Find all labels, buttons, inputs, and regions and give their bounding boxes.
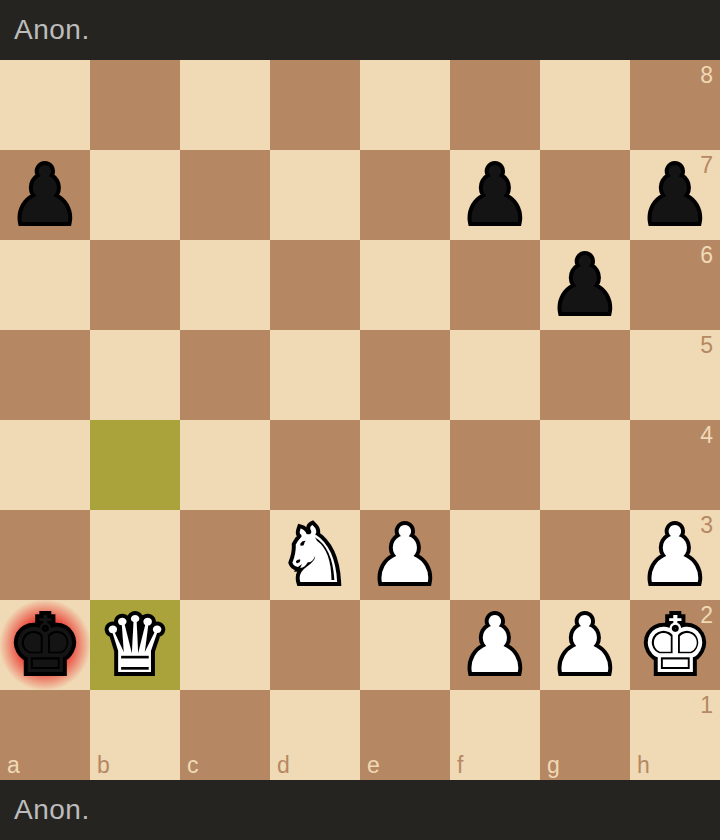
square-h2[interactable]: 2 — [630, 600, 720, 690]
white-queen[interactable] — [90, 600, 180, 690]
square-c7[interactable] — [180, 150, 270, 240]
white-pawn[interactable] — [630, 510, 720, 600]
white-pawn[interactable] — [450, 600, 540, 690]
square-f6[interactable] — [450, 240, 540, 330]
bottom-player-bar: Anon. — [0, 780, 720, 840]
square-a2[interactable] — [0, 600, 90, 690]
square-e6[interactable] — [360, 240, 450, 330]
square-c1[interactable]: c — [180, 690, 270, 780]
square-h3[interactable]: 3 — [630, 510, 720, 600]
square-b1[interactable]: b — [90, 690, 180, 780]
file-label-e: e — [367, 752, 380, 779]
square-d1[interactable]: d — [270, 690, 360, 780]
rank-label-4: 4 — [700, 422, 713, 449]
square-f7[interactable] — [450, 150, 540, 240]
top-player-name: Anon. — [14, 14, 90, 46]
square-a1[interactable]: a — [0, 690, 90, 780]
square-a8[interactable] — [0, 60, 90, 150]
file-label-c: c — [187, 752, 199, 779]
file-label-b: b — [97, 752, 110, 779]
square-f5[interactable] — [450, 330, 540, 420]
bottom-player-name: Anon. — [14, 794, 90, 826]
square-g7[interactable] — [540, 150, 630, 240]
square-c6[interactable] — [180, 240, 270, 330]
file-label-a: a — [7, 752, 20, 779]
square-a3[interactable] — [0, 510, 90, 600]
square-c8[interactable] — [180, 60, 270, 150]
square-e7[interactable] — [360, 150, 450, 240]
square-g8[interactable] — [540, 60, 630, 150]
square-c2[interactable] — [180, 600, 270, 690]
chess-board: 8765432abcdefg1h — [0, 60, 720, 780]
white-pawn[interactable] — [360, 510, 450, 600]
square-h7[interactable]: 7 — [630, 150, 720, 240]
square-d4[interactable] — [270, 420, 360, 510]
square-e2[interactable] — [360, 600, 450, 690]
square-d5[interactable] — [270, 330, 360, 420]
square-b5[interactable] — [90, 330, 180, 420]
square-c3[interactable] — [180, 510, 270, 600]
square-c4[interactable] — [180, 420, 270, 510]
square-c5[interactable] — [180, 330, 270, 420]
square-f8[interactable] — [450, 60, 540, 150]
square-e4[interactable] — [360, 420, 450, 510]
square-g6[interactable] — [540, 240, 630, 330]
square-g3[interactable] — [540, 510, 630, 600]
file-label-h: h — [637, 752, 650, 779]
square-g1[interactable]: g — [540, 690, 630, 780]
black-king[interactable] — [0, 600, 90, 690]
square-b8[interactable] — [90, 60, 180, 150]
square-d6[interactable] — [270, 240, 360, 330]
square-h6[interactable]: 6 — [630, 240, 720, 330]
square-f2[interactable] — [450, 600, 540, 690]
square-e3[interactable] — [360, 510, 450, 600]
square-d8[interactable] — [270, 60, 360, 150]
square-g5[interactable] — [540, 330, 630, 420]
square-h5[interactable]: 5 — [630, 330, 720, 420]
square-e8[interactable] — [360, 60, 450, 150]
square-d7[interactable] — [270, 150, 360, 240]
file-label-f: f — [457, 752, 463, 779]
rank-label-1: 1 — [700, 692, 713, 719]
square-a7[interactable] — [0, 150, 90, 240]
file-label-d: d — [277, 752, 290, 779]
rank-label-6: 6 — [700, 242, 713, 269]
square-h1[interactable]: 1h — [630, 690, 720, 780]
square-b3[interactable] — [90, 510, 180, 600]
white-pawn[interactable] — [540, 600, 630, 690]
square-a4[interactable] — [0, 420, 90, 510]
square-b4[interactable] — [90, 420, 180, 510]
rank-label-5: 5 — [700, 332, 713, 359]
square-b7[interactable] — [90, 150, 180, 240]
square-a6[interactable] — [0, 240, 90, 330]
square-f1[interactable]: f — [450, 690, 540, 780]
file-label-g: g — [547, 752, 560, 779]
top-player-bar: Anon. — [0, 0, 720, 60]
square-d3[interactable] — [270, 510, 360, 600]
square-a5[interactable] — [0, 330, 90, 420]
square-h4[interactable]: 4 — [630, 420, 720, 510]
square-b2[interactable] — [90, 600, 180, 690]
square-e5[interactable] — [360, 330, 450, 420]
white-king[interactable] — [630, 600, 720, 690]
square-h8[interactable]: 8 — [630, 60, 720, 150]
square-g2[interactable] — [540, 600, 630, 690]
square-f3[interactable] — [450, 510, 540, 600]
square-d2[interactable] — [270, 600, 360, 690]
rank-label-8: 8 — [700, 62, 713, 89]
black-pawn[interactable] — [540, 240, 630, 330]
black-pawn[interactable] — [630, 150, 720, 240]
black-pawn[interactable] — [450, 150, 540, 240]
square-f4[interactable] — [450, 420, 540, 510]
square-g4[interactable] — [540, 420, 630, 510]
black-pawn[interactable] — [0, 150, 90, 240]
square-b6[interactable] — [90, 240, 180, 330]
square-e1[interactable]: e — [360, 690, 450, 780]
white-knight[interactable] — [270, 510, 360, 600]
